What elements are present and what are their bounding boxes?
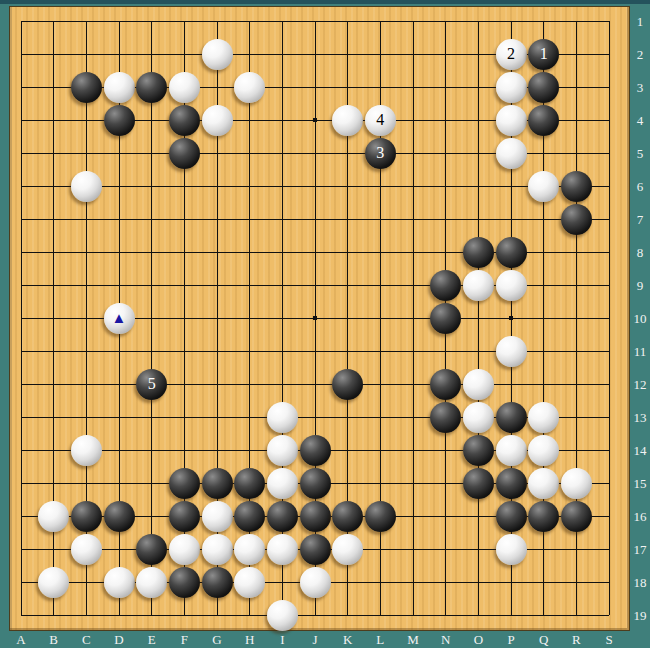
stone-white-F17[interactable] <box>169 534 200 565</box>
col-label-B: B <box>49 633 58 646</box>
col-label-P: P <box>507 633 514 646</box>
move-number-label: 3 <box>365 138 396 169</box>
triangle-marker: ▲ <box>104 303 135 334</box>
stone-black-Q4[interactable] <box>528 105 559 136</box>
col-label-H: H <box>245 633 254 646</box>
stone-white-E18[interactable] <box>136 567 167 598</box>
go-app-window: 2143▲5 ABCDEFGHIJKLMNOPQRS12345678910111… <box>0 0 650 648</box>
col-label-M: M <box>407 633 419 646</box>
stone-black-P16[interactable] <box>496 501 527 532</box>
stone-black-K12[interactable] <box>332 369 363 400</box>
stone-black-P13[interactable] <box>496 402 527 433</box>
stone-black-R7[interactable] <box>561 204 592 235</box>
stone-black-F18[interactable] <box>169 567 200 598</box>
stone-black-R16[interactable] <box>561 501 592 532</box>
stone-black-I16[interactable] <box>267 501 298 532</box>
stone-black-P15[interactable] <box>496 468 527 499</box>
stone-white-I14[interactable] <box>267 435 298 466</box>
stone-black-O8[interactable] <box>463 237 494 268</box>
stone-black-C16[interactable] <box>71 501 102 532</box>
stone-black-Q3[interactable] <box>528 72 559 103</box>
row-label-6: 6 <box>637 180 644 193</box>
stone-black-F15[interactable] <box>169 468 200 499</box>
stone-black-E3[interactable] <box>136 72 167 103</box>
row-label-4: 4 <box>637 114 644 127</box>
stone-white-P14[interactable] <box>496 435 527 466</box>
stone-black-N9[interactable] <box>430 270 461 301</box>
col-label-A: A <box>16 633 25 646</box>
col-label-D: D <box>114 633 123 646</box>
stone-white-Q14[interactable] <box>528 435 559 466</box>
row-label-12: 12 <box>634 378 647 391</box>
row-label-3: 3 <box>637 81 644 94</box>
stone-white-B18[interactable] <box>38 567 69 598</box>
row-label-16: 16 <box>634 510 647 523</box>
stone-white-P4[interactable] <box>496 105 527 136</box>
stone-black-N12[interactable] <box>430 369 461 400</box>
col-label-Q: Q <box>539 633 548 646</box>
col-label-N: N <box>441 633 450 646</box>
stone-black-G18[interactable] <box>202 567 233 598</box>
col-label-L: L <box>376 633 384 646</box>
row-label-19: 19 <box>634 609 647 622</box>
row-label-11: 11 <box>634 345 647 358</box>
stone-white-P9[interactable] <box>496 270 527 301</box>
stone-white-D18[interactable] <box>104 567 135 598</box>
stone-white-Q6[interactable] <box>528 171 559 202</box>
stone-black-F5[interactable] <box>169 138 200 169</box>
stone-black-J16[interactable] <box>300 501 331 532</box>
stone-white-H18[interactable] <box>234 567 265 598</box>
stone-white-O12[interactable] <box>463 369 494 400</box>
stone-white-I13[interactable] <box>267 402 298 433</box>
stone-black-P8[interactable] <box>496 237 527 268</box>
stone-black-Q2[interactable]: 1 <box>528 39 559 70</box>
stone-white-F3[interactable] <box>169 72 200 103</box>
row-label-5: 5 <box>637 147 644 160</box>
stone-white-Q13[interactable] <box>528 402 559 433</box>
star-point <box>509 316 514 321</box>
stone-black-N10[interactable] <box>430 303 461 334</box>
stone-black-J17[interactable] <box>300 534 331 565</box>
stone-white-D10[interactable]: ▲ <box>104 303 135 334</box>
star-point <box>313 316 318 321</box>
stone-black-D4[interactable] <box>104 105 135 136</box>
row-label-17: 17 <box>634 543 647 556</box>
stone-black-J14[interactable] <box>300 435 331 466</box>
stone-black-F16[interactable] <box>169 501 200 532</box>
stone-white-I15[interactable] <box>267 468 298 499</box>
stone-white-G4[interactable] <box>202 105 233 136</box>
stone-white-K4[interactable] <box>332 105 363 136</box>
row-label-1: 1 <box>637 15 644 28</box>
stone-white-P3[interactable] <box>496 72 527 103</box>
row-label-8: 8 <box>637 246 644 259</box>
stone-white-I19[interactable] <box>267 600 298 631</box>
row-label-18: 18 <box>634 576 647 589</box>
move-number-label: 4 <box>365 105 396 136</box>
row-label-10: 10 <box>634 312 647 325</box>
row-label-14: 14 <box>634 444 647 457</box>
stone-black-L5[interactable]: 3 <box>365 138 396 169</box>
stone-black-Q16[interactable] <box>528 501 559 532</box>
row-label-13: 13 <box>634 411 647 424</box>
stone-white-C14[interactable] <box>71 435 102 466</box>
stone-white-K17[interactable] <box>332 534 363 565</box>
stone-black-H16[interactable] <box>234 501 265 532</box>
stone-white-O13[interactable] <box>463 402 494 433</box>
stone-black-L16[interactable] <box>365 501 396 532</box>
stone-white-R15[interactable] <box>561 468 592 499</box>
col-label-K: K <box>343 633 352 646</box>
stone-white-C17[interactable] <box>71 534 102 565</box>
col-label-G: G <box>212 633 221 646</box>
row-label-7: 7 <box>637 213 644 226</box>
col-label-S: S <box>605 633 612 646</box>
stone-black-H15[interactable] <box>234 468 265 499</box>
stone-white-H17[interactable] <box>234 534 265 565</box>
col-label-E: E <box>148 633 156 646</box>
col-label-J: J <box>312 633 317 646</box>
stone-white-P2[interactable]: 2 <box>496 39 527 70</box>
stone-black-O14[interactable] <box>463 435 494 466</box>
stone-black-F4[interactable] <box>169 105 200 136</box>
stone-white-L4[interactable]: 4 <box>365 105 396 136</box>
stone-white-C6[interactable] <box>71 171 102 202</box>
stone-white-H3[interactable] <box>234 72 265 103</box>
move-number-label: 1 <box>528 39 559 70</box>
stone-white-P11[interactable] <box>496 336 527 367</box>
stone-black-R6[interactable] <box>561 171 592 202</box>
stone-white-I17[interactable] <box>267 534 298 565</box>
stone-white-D3[interactable] <box>104 72 135 103</box>
col-label-F: F <box>181 633 188 646</box>
star-point <box>313 118 318 123</box>
stone-white-G17[interactable] <box>202 534 233 565</box>
stone-black-O15[interactable] <box>463 468 494 499</box>
stone-white-Q15[interactable] <box>528 468 559 499</box>
stone-black-D16[interactable] <box>104 501 135 532</box>
stone-white-O9[interactable] <box>463 270 494 301</box>
col-label-R: R <box>572 633 581 646</box>
stone-black-E12[interactable]: 5 <box>136 369 167 400</box>
stone-black-E17[interactable] <box>136 534 167 565</box>
move-number-label: 2 <box>496 39 527 70</box>
row-label-9: 9 <box>637 279 644 292</box>
move-number-label: 5 <box>136 369 167 400</box>
stone-white-B16[interactable] <box>38 501 69 532</box>
stone-white-G2[interactable] <box>202 39 233 70</box>
stone-black-C3[interactable] <box>71 72 102 103</box>
col-label-I: I <box>280 633 284 646</box>
stone-black-G15[interactable] <box>202 468 233 499</box>
col-label-C: C <box>82 633 91 646</box>
stone-black-N13[interactable] <box>430 402 461 433</box>
stone-white-P17[interactable] <box>496 534 527 565</box>
row-label-2: 2 <box>637 48 644 61</box>
col-label-O: O <box>474 633 483 646</box>
row-label-15: 15 <box>634 477 647 490</box>
stone-white-G16[interactable] <box>202 501 233 532</box>
stone-black-J15[interactable] <box>300 468 331 499</box>
stone-black-K16[interactable] <box>332 501 363 532</box>
stone-white-J18[interactable] <box>300 567 331 598</box>
stone-white-P5[interactable] <box>496 138 527 169</box>
